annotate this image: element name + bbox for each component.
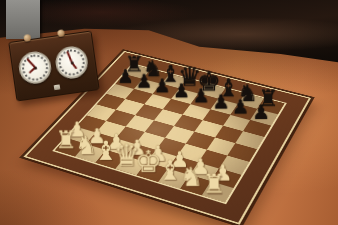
chess-clock <box>8 30 100 101</box>
clock-brand-plate <box>54 84 61 90</box>
right-minute-hand <box>66 51 72 63</box>
right-hour-hand <box>71 62 78 70</box>
square-a1[interactable]: ♜ <box>55 138 86 156</box>
clock-button-left[interactable] <box>23 34 31 42</box>
square-b3[interactable] <box>96 121 125 138</box>
left-hour-hand <box>29 67 36 74</box>
clock-right-dial <box>54 44 90 80</box>
clock-left-dial <box>17 50 53 86</box>
clock-button-right[interactable] <box>57 29 65 37</box>
square-g7[interactable]: ♟ <box>230 104 257 120</box>
left-minute-hand <box>26 58 35 68</box>
piece-black-pawn: ♟ <box>193 86 210 105</box>
chess-board: ♜♞♝♛♚♝♞♜♟♟♟♟♟♟♟♟♟♟♟♟♟♟♟♟♜♞♝♛♚♝♞♜ <box>65 17 283 225</box>
wall-panel <box>6 0 40 39</box>
piece-white-pawn: ♟ <box>68 120 86 140</box>
scene: ♜♞♝♛♚♝♞♜♟♟♟♟♟♟♟♟♟♟♟♟♟♟♟♟♜♞♝♛♚♝♞♜ <box>0 0 338 225</box>
piece-black-rook: ♜ <box>125 54 144 75</box>
